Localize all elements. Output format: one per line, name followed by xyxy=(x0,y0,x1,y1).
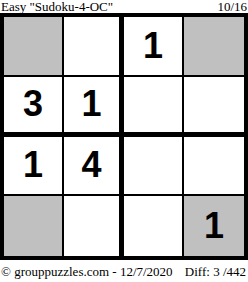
page-counter: 10/16 xyxy=(217,0,247,13)
sudoku-cell-r1c4[interactable] xyxy=(184,17,244,77)
sudoku-cell-r2c3[interactable] xyxy=(124,77,184,137)
sudoku-cell-r4c2[interactable] xyxy=(64,196,124,256)
sudoku-cell-r2c2: 1 xyxy=(64,77,124,137)
sudoku-cell-r1c2[interactable] xyxy=(64,17,124,77)
sudoku-cell-r1c3: 1 xyxy=(124,17,184,77)
sudoku-cell-r4c1[interactable] xyxy=(4,196,64,256)
sudoku-cell-r3c2: 4 xyxy=(64,137,124,197)
copyright-text: © grouppuzzles.com - 12/7/2020 xyxy=(1,264,173,280)
sudoku-cell-r3c3[interactable] xyxy=(124,137,184,197)
puzzle-page: Easy "Sudoku-4-OC" 10/16 131141 © groupp… xyxy=(0,0,248,282)
sudoku-cell-r3c4[interactable] xyxy=(184,137,244,197)
sudoku-cell-r2c4[interactable] xyxy=(184,77,244,137)
sudoku-cell-r3c1: 1 xyxy=(4,137,64,197)
puzzle-title: Easy "Sudoku-4-OC" xyxy=(1,0,113,13)
sudoku-cell-r4c3[interactable] xyxy=(124,196,184,256)
sudoku-cell-r4c4: 1 xyxy=(184,196,244,256)
sudoku-cell-r1c1[interactable] xyxy=(4,17,64,77)
sudoku-cell-r2c1: 3 xyxy=(4,77,64,137)
header: Easy "Sudoku-4-OC" 10/16 xyxy=(0,0,248,13)
footer: © grouppuzzles.com - 12/7/2020 Diff: 3 /… xyxy=(0,260,248,282)
difficulty-text: Diff: 3 /442 xyxy=(185,264,246,280)
sudoku-board: 131141 xyxy=(0,13,248,260)
